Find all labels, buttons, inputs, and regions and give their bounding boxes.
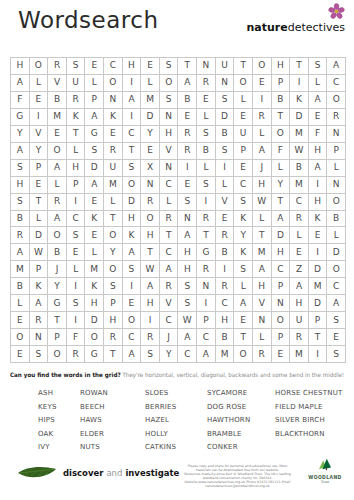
grid-cell: K xyxy=(234,211,253,228)
grid-cell: A xyxy=(178,227,197,244)
grid-cell: A xyxy=(178,329,197,346)
grid-cell: P xyxy=(272,329,291,346)
grid-cell: N xyxy=(253,312,272,329)
grid-cell: O xyxy=(104,261,123,278)
grid-cell: P xyxy=(309,312,328,329)
grid-cell: S xyxy=(104,278,123,295)
grid-cell: I xyxy=(216,261,235,278)
grid-cell: T xyxy=(309,329,328,346)
word-item: HAZEL xyxy=(145,416,207,424)
grid-cell: P xyxy=(85,92,104,109)
grid-cell: D xyxy=(309,295,328,312)
wordsearch-grid: HORSECHESTNUTOHTSAALVULOILOARNOEPILCFEBR… xyxy=(10,57,346,363)
grid-cell: P xyxy=(104,295,123,312)
grid-cell: F xyxy=(309,126,328,143)
grid-cell: L xyxy=(85,244,104,261)
grid-cell: M xyxy=(48,109,67,126)
grid-cell: P xyxy=(48,329,67,346)
grid-cell: T xyxy=(290,58,309,75)
grid-cell: S xyxy=(67,58,86,75)
woodland-trust-text: WOODLAND Trust xyxy=(302,475,348,484)
grid-cell: I xyxy=(67,278,86,295)
grid-cell: P xyxy=(272,75,291,92)
grid-cell: A xyxy=(290,278,309,295)
grid-cell: O xyxy=(327,92,346,109)
word-item: OAK xyxy=(38,430,80,438)
word-item: BLACKTHORN xyxy=(275,430,342,438)
grid-cell: S xyxy=(234,194,253,211)
grid-cell: L xyxy=(197,160,216,177)
word-item: CONKER xyxy=(207,443,275,451)
grid-cell: P xyxy=(30,160,49,177)
grid-cell: G xyxy=(11,109,30,126)
grid-cell: Y xyxy=(272,177,291,194)
grid-cell: U xyxy=(234,126,253,143)
grid-cell: H xyxy=(160,126,179,143)
grid-cell: B xyxy=(197,143,216,160)
grid-cell: H xyxy=(272,58,291,75)
grid-cell: T xyxy=(234,58,253,75)
grid-cell: S xyxy=(197,177,216,194)
word-item: ROWAN xyxy=(80,389,145,397)
grid-cell: Z xyxy=(290,261,309,278)
word-item: BRAMBLE xyxy=(207,430,275,438)
grid-cell: W xyxy=(290,143,309,160)
grid-cell: T xyxy=(48,312,67,329)
grid-cell: R xyxy=(11,227,30,244)
grid-cell: A xyxy=(327,295,346,312)
grid-cell: L xyxy=(290,227,309,244)
grid-cell: M xyxy=(309,278,328,295)
grid-cell: D xyxy=(85,160,104,177)
grid-cell: E xyxy=(11,312,30,329)
grid-cell: P xyxy=(327,143,346,160)
grid-cell: Y xyxy=(11,126,30,143)
grid-cell: R xyxy=(253,109,272,126)
grid-cell: J xyxy=(48,261,67,278)
grid-cell: E xyxy=(85,194,104,211)
grid-cell: K xyxy=(85,278,104,295)
grid-cell: S xyxy=(123,160,142,177)
grid-cell: I xyxy=(290,75,309,92)
grid-cell: P xyxy=(272,278,291,295)
word-item: ELDER xyxy=(80,430,145,438)
grid-cell: E xyxy=(30,177,49,194)
grid-cell: H xyxy=(67,160,86,177)
grid-cell: L xyxy=(85,75,104,92)
grid-cell: E xyxy=(234,109,253,126)
word-item: FIELD MAPLE xyxy=(275,403,342,411)
grid-cell: C xyxy=(272,261,291,278)
grid-cell: E xyxy=(85,227,104,244)
word-item: CATKINS xyxy=(145,443,207,451)
grid-cell: G xyxy=(85,126,104,143)
grid-cell: O xyxy=(85,329,104,346)
grid-cell: F xyxy=(11,92,30,109)
grid-cell: H xyxy=(178,244,197,261)
grid-cell: K xyxy=(123,227,142,244)
grid-cell: R xyxy=(141,194,160,211)
grid-cell: N xyxy=(160,160,179,177)
grid-cell: N xyxy=(327,126,346,143)
grid-cell: S xyxy=(67,295,86,312)
grid-cell: I xyxy=(30,109,49,126)
grid-cell: K xyxy=(290,92,309,109)
grid-cell: A xyxy=(178,75,197,92)
grid-cell: S xyxy=(178,194,197,211)
grid-cell: W xyxy=(253,194,272,211)
grid-cell: I xyxy=(197,295,216,312)
nature-detectives-logo: naturedetectives xyxy=(247,21,346,34)
grid-cell: R xyxy=(253,346,272,363)
grid-cell: N xyxy=(272,295,291,312)
grid-cell: R xyxy=(197,211,216,228)
grid-cell: M xyxy=(216,346,235,363)
grid-cell: H xyxy=(253,278,272,295)
word-item: HORSE CHESTNUT xyxy=(275,389,342,397)
grid-cell: L xyxy=(327,227,346,244)
grid-cell: B xyxy=(11,278,30,295)
grid-cell: J xyxy=(160,329,179,346)
woodland-trust-logo: WOODLAND Trust xyxy=(302,456,348,493)
grid-cell: T xyxy=(30,194,49,211)
grid-cell: N xyxy=(104,92,123,109)
grid-cell: O xyxy=(327,194,346,211)
grid-cell: A xyxy=(85,177,104,194)
grid-cell: I xyxy=(309,346,328,363)
grid-cell: A xyxy=(48,211,67,228)
grid-cell: R xyxy=(327,109,346,126)
grid-cell: Y xyxy=(48,278,67,295)
grid-cell: H xyxy=(141,295,160,312)
grid-cell: S xyxy=(85,143,104,160)
grid-cell: O xyxy=(272,126,291,143)
grid-cell: S xyxy=(30,346,49,363)
grid-cell: V xyxy=(30,126,49,143)
grid-cell: J xyxy=(253,160,272,177)
grid-cell: C xyxy=(160,312,179,329)
grid-cell: R xyxy=(290,211,309,228)
grid-cell: W xyxy=(178,312,197,329)
grid-cell: E xyxy=(309,109,328,126)
grid-cell: C xyxy=(197,329,216,346)
grid-cell: M xyxy=(104,177,123,194)
word-item: SILVER BIRCH xyxy=(275,416,342,424)
grid-cell: R xyxy=(48,58,67,75)
instruction-line: Can you find the words in the grid? They… xyxy=(10,371,345,378)
grid-cell: E xyxy=(272,346,291,363)
grid-cell: B xyxy=(178,92,197,109)
grid-cell: I xyxy=(141,312,160,329)
word-item: HAWTHORN xyxy=(207,416,275,424)
grid-cell: R xyxy=(197,261,216,278)
word-item: DOG ROSE xyxy=(207,403,275,411)
grid-cell: H xyxy=(309,143,328,160)
grid-cell: B xyxy=(290,160,309,177)
grid-cell: I xyxy=(123,109,142,126)
grid-cell: E xyxy=(234,160,253,177)
grid-cell: T xyxy=(272,109,291,126)
grid-cell: O xyxy=(11,329,30,346)
grid-cell: A xyxy=(253,143,272,160)
grid-cell: P xyxy=(30,261,49,278)
grid-cell: H xyxy=(272,244,291,261)
grid-cell: E xyxy=(104,126,123,143)
grid-cell: C xyxy=(178,346,197,363)
grid-cell: R xyxy=(290,329,309,346)
grid-cell: S xyxy=(216,143,235,160)
word-item: SYCAMORE xyxy=(207,389,275,397)
word-item: ASH xyxy=(38,389,80,397)
fine-print: Please copy and share for personal and e… xyxy=(180,464,295,488)
grid-cell: K xyxy=(85,211,104,228)
grid-cell: R xyxy=(216,227,235,244)
grid-cell: R xyxy=(160,211,179,228)
grid-cell: K xyxy=(67,109,86,126)
grid-cell: R xyxy=(48,194,67,211)
grid-cell: E xyxy=(30,92,49,109)
grid-cell: N xyxy=(197,278,216,295)
grid-cell: A xyxy=(85,109,104,126)
grid-cell: O xyxy=(253,58,272,75)
grid-cell: A xyxy=(309,92,328,109)
logo-text-detectives: detectives xyxy=(288,21,345,34)
grid-cell: G xyxy=(85,346,104,363)
page-title: Wordsearch xyxy=(18,7,159,33)
grid-cell: M xyxy=(85,261,104,278)
grid-cell: I xyxy=(123,278,142,295)
grid-cell: F xyxy=(67,329,86,346)
grid-cell: R xyxy=(104,143,123,160)
grid-cell: E xyxy=(48,126,67,143)
grid-cell: C xyxy=(290,194,309,211)
word-item: NUTS xyxy=(80,443,145,451)
grid-cell: O xyxy=(123,177,142,194)
grid-cell: L xyxy=(234,278,253,295)
grid-cell: S xyxy=(178,295,197,312)
grid-cell: E xyxy=(123,295,142,312)
grid-cell: S xyxy=(309,58,328,75)
grid-cell: U xyxy=(67,75,86,92)
grid-cell: L xyxy=(309,75,328,92)
grid-cell: S xyxy=(67,227,86,244)
grid-cell: E xyxy=(11,346,30,363)
grid-cell: A xyxy=(141,278,160,295)
grid-cell: S xyxy=(11,194,30,211)
grid-cell: V xyxy=(48,75,67,92)
grid-cell: T xyxy=(178,58,197,75)
grid-cell: E xyxy=(234,312,253,329)
grid-cell: A xyxy=(11,75,30,92)
grid-cell: B xyxy=(48,244,67,261)
grid-cell: A xyxy=(11,244,30,261)
grid-cell: F xyxy=(272,143,291,160)
grid-cell: S xyxy=(141,346,160,363)
grid-cell: C xyxy=(327,75,346,92)
grid-cell: E xyxy=(216,211,235,228)
grid-cell: B xyxy=(272,92,291,109)
grid-cell: U xyxy=(216,58,235,75)
instruction-bold: Can you find the words in the grid? xyxy=(10,371,121,378)
grid-cell: I xyxy=(309,177,328,194)
grid-cell: H xyxy=(123,211,142,228)
grid-cell: G xyxy=(48,295,67,312)
grid-cell: E xyxy=(178,109,197,126)
leaf-icon xyxy=(17,464,57,485)
word-item: HOLLY xyxy=(145,430,207,438)
grid-cell: R xyxy=(67,92,86,109)
tagline: discover and investigate xyxy=(63,468,179,478)
grid-cell: D xyxy=(272,227,291,244)
grid-cell: R xyxy=(30,312,49,329)
word-item: HIPS xyxy=(38,416,80,424)
grid-cell: A xyxy=(123,92,142,109)
grid-cell: B xyxy=(216,126,235,143)
grid-cell: C xyxy=(123,329,142,346)
grid-cell: L xyxy=(197,109,216,126)
grid-cell: H xyxy=(11,58,30,75)
grid-cell: O xyxy=(48,346,67,363)
grid-cell: A xyxy=(123,346,142,363)
grid-cell: E xyxy=(85,58,104,75)
grid-cell: B xyxy=(327,211,346,228)
grid-cell: H xyxy=(85,295,104,312)
grid-cell: D xyxy=(85,312,104,329)
grid-cell: D xyxy=(327,244,346,261)
grid-cell: C xyxy=(327,278,346,295)
grid-cell: M xyxy=(141,92,160,109)
grid-cell: K xyxy=(30,278,49,295)
grid-cell: W xyxy=(141,261,160,278)
word-item: SLOES xyxy=(145,389,207,397)
grid-cell: E xyxy=(197,92,216,109)
grid-cell: N xyxy=(197,58,216,75)
grid-cell: S xyxy=(327,312,346,329)
grid-cell: B xyxy=(11,211,30,228)
grid-cell: O xyxy=(327,261,346,278)
grid-cell: L xyxy=(234,92,253,109)
grid-cell: C xyxy=(67,211,86,228)
grid-cell: K xyxy=(309,211,328,228)
word-list: ASHROWANSLOESSYCAMOREHORSE CHESTNUTKEYSB… xyxy=(38,389,342,457)
grid-cell: Y xyxy=(104,244,123,261)
grid-cell: L xyxy=(30,211,49,228)
grid-cell: E xyxy=(141,143,160,160)
footer: discover and investigate Please copy and… xyxy=(0,456,354,496)
grid-cell: K xyxy=(234,244,253,261)
tagline-and: and xyxy=(106,468,122,478)
grid-cell: S xyxy=(160,58,179,75)
grid-cell: A xyxy=(11,143,30,160)
grid-cell: H xyxy=(290,295,309,312)
grid-cell: O xyxy=(30,58,49,75)
grid-cell: H xyxy=(141,227,160,244)
logo-text-nature: nature xyxy=(247,21,288,34)
grid-cell: O xyxy=(160,75,179,92)
grid-cell: S xyxy=(216,92,235,109)
grid-cell: H xyxy=(216,312,235,329)
grid-cell: H xyxy=(309,194,328,211)
grid-cell: A xyxy=(197,346,216,363)
grid-cell: I xyxy=(309,244,328,261)
grid-cell: T xyxy=(67,126,86,143)
grid-cell: T xyxy=(160,227,179,244)
grid-cell: O xyxy=(104,75,123,92)
grid-cell: N xyxy=(160,109,179,126)
grid-cell: N xyxy=(141,177,160,194)
grid-cell: R xyxy=(141,329,160,346)
grid-cell: V xyxy=(253,295,272,312)
grid-cell: I xyxy=(123,75,142,92)
grid-cell: S xyxy=(327,346,346,363)
word-item: KEYS xyxy=(38,403,80,411)
word-item: BERRIES xyxy=(145,403,207,411)
grid-cell: R xyxy=(178,126,197,143)
grid-cell: L xyxy=(67,143,86,160)
grid-cell: H xyxy=(253,177,272,194)
grid-cell: T xyxy=(272,194,291,211)
grid-cell: T xyxy=(104,346,123,363)
grid-cell: A xyxy=(253,261,272,278)
grid-cell: M xyxy=(290,126,309,143)
grid-cell: A xyxy=(48,160,67,177)
grid-cell: O xyxy=(272,312,291,329)
grid-cell: N xyxy=(216,75,235,92)
grid-cell: R xyxy=(216,278,235,295)
word-item: BEECH xyxy=(80,403,145,411)
grid-cell: E xyxy=(178,177,197,194)
grid-cell: N xyxy=(327,177,346,194)
grid-cell: O xyxy=(104,227,123,244)
grid-cell: L xyxy=(30,75,49,92)
grid-cell: M xyxy=(290,177,309,194)
grid-cell: O xyxy=(123,312,142,329)
grid-cell: R xyxy=(160,278,179,295)
grid-cell: M xyxy=(253,244,272,261)
grid-cell: Y xyxy=(234,227,253,244)
grid-cell: P xyxy=(234,143,253,160)
grid-cell: A xyxy=(272,211,291,228)
grid-cell: C xyxy=(123,126,142,143)
grid-cell: K xyxy=(104,109,123,126)
grid-cell: C xyxy=(234,177,253,194)
grid-cell: C xyxy=(104,58,123,75)
grid-cell: D xyxy=(30,227,49,244)
grid-cell: P xyxy=(67,177,86,194)
grid-cell: D xyxy=(309,261,328,278)
grid-cell: Y xyxy=(30,143,49,160)
grid-cell: I xyxy=(216,160,235,177)
grid-cell: E xyxy=(309,227,328,244)
grid-cell: B xyxy=(216,244,235,261)
grid-cell: U xyxy=(104,160,123,177)
grid-cell: L xyxy=(11,295,30,312)
grid-cell: V xyxy=(216,194,235,211)
grid-cell: A xyxy=(30,295,49,312)
grid-cell: I xyxy=(67,194,86,211)
grid-cell: W xyxy=(30,244,49,261)
instruction-rest: They're horizontal, vertical, diagonal, … xyxy=(121,371,344,378)
grid-cell: R xyxy=(67,346,86,363)
grid-cell: D xyxy=(123,194,142,211)
grid-cell: L xyxy=(253,126,272,143)
grid-cell: I xyxy=(67,312,86,329)
grid-cell: O xyxy=(234,75,253,92)
grid-cell: S xyxy=(160,92,179,109)
grid-cell: C xyxy=(160,177,179,194)
grid-cell: N xyxy=(178,211,197,228)
grid-cell: A xyxy=(123,244,142,261)
